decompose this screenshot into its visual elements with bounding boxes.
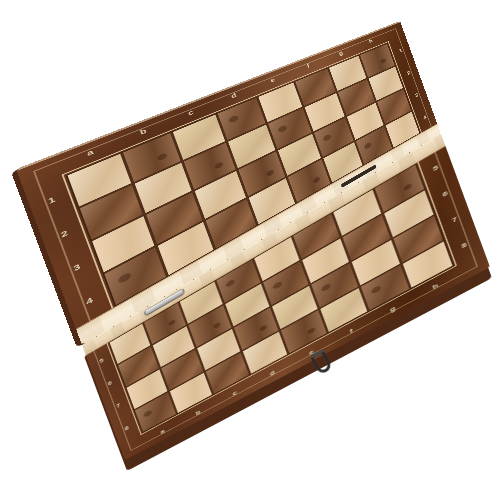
file-label-bottom-h: h [432, 282, 439, 290]
rank-label-right-5: 5 [432, 164, 439, 172]
file-label-bottom-d: d [269, 369, 275, 376]
file-label-bottom-c: c [232, 389, 238, 396]
rank-label-right-7: 7 [451, 215, 458, 223]
file-label-top-h: h [368, 38, 373, 44]
product-photo-canvas: abcdefgh11223344 abcdefgh55667788 [0, 0, 500, 500]
rank-label-right-8: 8 [461, 241, 468, 249]
file-label-bottom-a: a [160, 428, 165, 434]
file-label-top-c: c [187, 109, 194, 117]
rank-label-right-2: 2 [406, 70, 410, 76]
rank-label-left-8: 8 [124, 425, 129, 431]
file-label-bottom-b: b [195, 409, 201, 416]
rank-label-left-2: 2 [60, 229, 69, 239]
rank-label-right-6: 6 [442, 190, 449, 198]
rank-label-left-7: 7 [116, 402, 121, 408]
file-label-top-d: d [230, 92, 237, 99]
rank-label-right-1: 1 [398, 48, 402, 54]
rank-label-left-4: 4 [85, 296, 94, 306]
rank-label-left-1: 1 [47, 196, 56, 205]
file-label-top-f: f [306, 63, 310, 69]
file-label-bottom-g: g [389, 305, 396, 313]
rank-label-right-3: 3 [415, 92, 419, 98]
rank-label-right-4: 4 [423, 114, 427, 120]
file-label-top-e: e [270, 77, 276, 84]
file-label-bottom-f: f [349, 328, 353, 334]
file-label-top-g: g [338, 50, 343, 56]
rank-label-left-5: 5 [99, 357, 104, 363]
file-label-top-a: a [86, 148, 94, 157]
rank-label-left-6: 6 [107, 380, 112, 386]
rank-label-left-3: 3 [72, 263, 81, 273]
file-label-top-b: b [139, 127, 147, 135]
